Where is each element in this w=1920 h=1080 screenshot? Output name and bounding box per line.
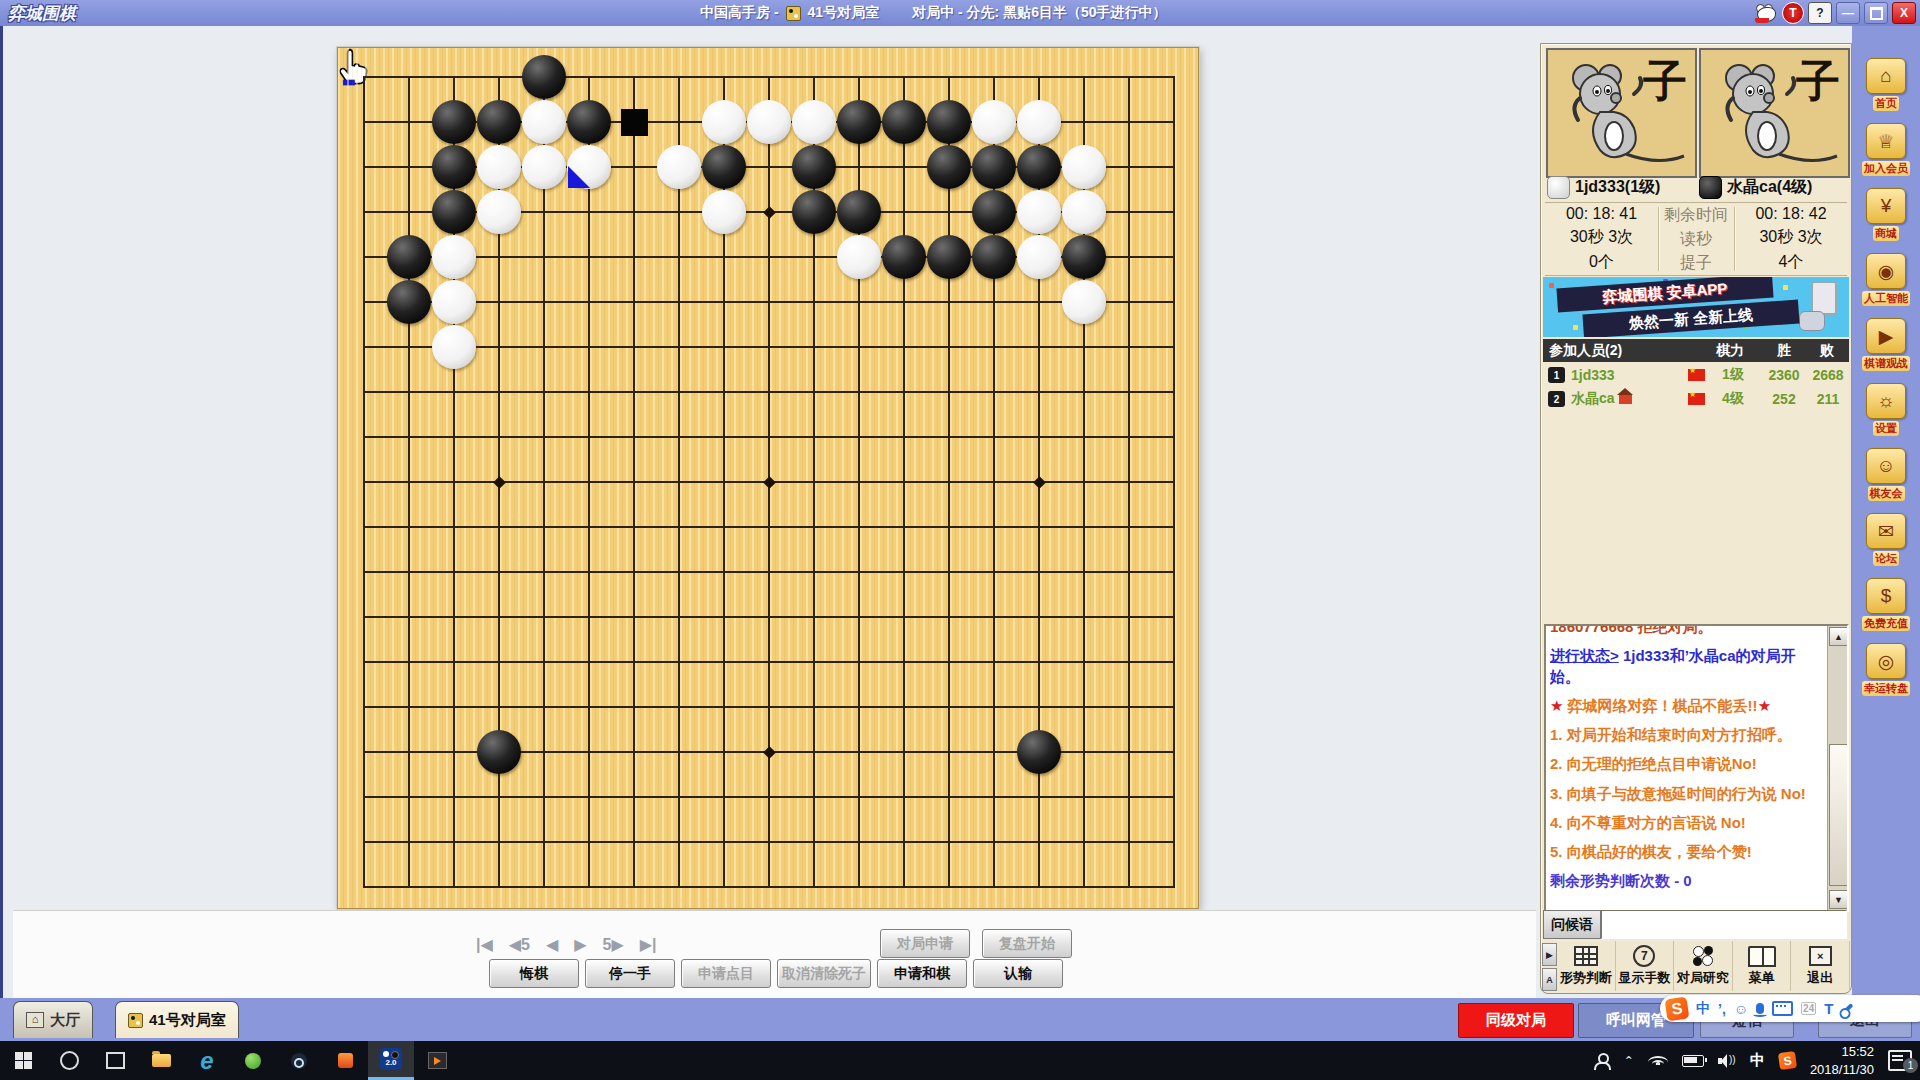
- battery-icon[interactable]: [1682, 1055, 1704, 1067]
- black-stone: [837, 100, 881, 144]
- room-prefix: 中国高手房 -: [700, 4, 779, 22]
- people-icon[interactable]: [1594, 1053, 1610, 1069]
- greeting-button[interactable]: 问候语: [1543, 910, 1601, 939]
- tool-label: 菜单: [1749, 969, 1775, 987]
- tool-退出[interactable]: ×退出: [1791, 941, 1850, 991]
- maximize-icon: [1870, 7, 1883, 20]
- panel-mini-button[interactable]: A: [1542, 968, 1557, 991]
- windows-taskbar: e 2.0 ⌃ )) 中 S 15:52 2018/11/30 1: [0, 1041, 1920, 1080]
- white-stone: [972, 100, 1016, 144]
- steam-icon[interactable]: [276, 1041, 322, 1080]
- white-stone: [837, 235, 881, 279]
- white-stone: [1062, 145, 1106, 189]
- black-player-name-row: 水晶ca(4级): [1699, 175, 1812, 199]
- help-button[interactable]: ?: [1808, 2, 1832, 24]
- taskbar-date: 2018/11/30: [1810, 1061, 1874, 1079]
- participant-rank: 4级: [1705, 390, 1761, 408]
- grid-line-v: [903, 76, 905, 888]
- participant-name: 水晶ca: [1571, 390, 1615, 408]
- 加入会员-icon: ♕: [1866, 123, 1906, 159]
- black-stone: [792, 145, 836, 189]
- chat-line: 剩余形势判断次数 - 0: [1550, 871, 1818, 891]
- go-board-icon: [786, 6, 801, 21]
- 免费充值-icon: $: [1866, 578, 1906, 614]
- sogou-logo-icon[interactable]: S: [1665, 996, 1690, 1021]
- button-申请和棋[interactable]: 申请和棋: [877, 959, 967, 988]
- black-stone: [972, 190, 1016, 234]
- white-stone: [792, 100, 836, 144]
- circled-number-icon: 7: [1633, 946, 1655, 967]
- participant-losses: 2668: [1807, 367, 1849, 383]
- task-view-icon[interactable]: [92, 1041, 138, 1080]
- white-player-name: 1jd333(1级): [1575, 177, 1660, 198]
- white-stone: [522, 100, 566, 144]
- taskbar-time: 15:52: [1810, 1043, 1874, 1061]
- chat-log[interactable]: 1860776668 拒绝对局。进行状态> 1jd333和’水晶ca的对局开始。…: [1544, 624, 1849, 912]
- app-ad-banner[interactable]: 弈城围棋 安卓APP 焕然一新 全新上线: [1543, 277, 1849, 337]
- sidebar-item-棋谱观战[interactable]: ▶棋谱观战: [1858, 318, 1914, 371]
- move-nav-button[interactable]: ◀5: [509, 935, 530, 954]
- white-time: 00: 18: 41: [1566, 205, 1637, 223]
- white-stone: [702, 190, 746, 234]
- grid-line-h: [363, 796, 1175, 798]
- avatar-character: 子: [1796, 52, 1840, 111]
- sidebar-item-人工智能[interactable]: ◉人工智能: [1858, 253, 1914, 306]
- black-stone: [882, 100, 926, 144]
- black-stone: [1017, 145, 1061, 189]
- move-navigation: |◀◀5◀▶5▶▶|: [476, 935, 657, 954]
- tool-显示手数[interactable]: 7显示手数: [1616, 941, 1675, 991]
- white-stone: [432, 325, 476, 369]
- participant-rank: 1级: [1705, 366, 1761, 384]
- white-stone: [1017, 235, 1061, 279]
- black-stone: [972, 145, 1016, 189]
- greeting-input[interactable]: [1601, 910, 1847, 939]
- sidebar-item-论坛[interactable]: ✉论坛: [1858, 513, 1914, 566]
- participants-header: 参加人员(2) 棋力胜败: [1543, 339, 1849, 362]
- sidebar-label: 设置: [1873, 421, 1899, 436]
- ime-punct-toggle[interactable]: ’,: [1718, 1001, 1726, 1017]
- 首页-icon: ⌂: [1866, 58, 1906, 94]
- app-logo: 弈城围棋: [8, 2, 76, 25]
- grid-line-h: [363, 571, 1175, 573]
- black-stone: [882, 235, 926, 279]
- move-nav-button[interactable]: ◀: [546, 935, 558, 954]
- white-stone: [1017, 100, 1061, 144]
- sidebar-label: 免费充值: [1862, 616, 1910, 631]
- game-status: 对局中 - 分先: 黑贴6目半（50手进行中）: [912, 4, 1166, 22]
- black-stone: [387, 235, 431, 279]
- wifi-icon[interactable]: [1648, 1053, 1668, 1068]
- tool-菜单[interactable]: 菜单: [1733, 941, 1792, 991]
- move-nav-button[interactable]: 5▶: [603, 935, 624, 954]
- site-sidebar: ⌂首页♕加入会员¥商城◉人工智能▶棋谱观战☼设置☺棋友会✉论坛$免费充值◎幸运转…: [1852, 26, 1920, 1041]
- button-取消清除死子[interactable]: 取消清除死子: [777, 959, 871, 988]
- wrench-icon[interactable]: [1842, 1002, 1854, 1014]
- tool-bar: ▶A 形势判断7显示手数对局研究菜单×退出: [1542, 941, 1850, 991]
- black-stone: [792, 190, 836, 234]
- go-board-icon: [128, 1013, 143, 1028]
- stones-icon: [1692, 946, 1714, 967]
- button-对局申请[interactable]: 对局申请: [880, 929, 970, 958]
- grid-icon: [1574, 946, 1598, 967]
- clock-labels: 剩余时间 读秒 提子: [1659, 203, 1733, 275]
- cortana-icon[interactable]: [46, 1041, 92, 1080]
- chat-line: 3. 向填子与故意拖延时间的行为说 No!: [1550, 784, 1818, 804]
- button-悔棋[interactable]: 悔棋: [489, 959, 579, 988]
- black-stone: [972, 235, 1016, 279]
- keyboard-icon[interactable]: [1772, 1001, 1793, 1016]
- sidebar-item-加入会员[interactable]: ♕加入会员: [1858, 123, 1914, 176]
- sidebar-item-设置[interactable]: ☼设置: [1858, 383, 1914, 436]
- black-square-marker: [621, 109, 648, 136]
- move-nav-button[interactable]: |◀: [476, 935, 493, 954]
- tool-label: 对局研究: [1677, 969, 1729, 987]
- ime-lang-toggle[interactable]: 中: [1696, 1000, 1710, 1018]
- sidebar-label: 首页: [1873, 96, 1899, 111]
- black-player-name: 水晶ca(4级): [1727, 177, 1812, 198]
- participant-row[interactable]: 11jd3331级23602668: [1543, 363, 1849, 387]
- 设置-icon: ☼: [1866, 383, 1906, 419]
- button-认输[interactable]: 认输: [973, 959, 1063, 988]
- grid-line-h: [363, 526, 1175, 528]
- tool-label: 退出: [1807, 969, 1833, 987]
- white-stone: [1017, 190, 1061, 234]
- black-stone: [567, 100, 611, 144]
- black-player-avatar: 子: [1699, 48, 1850, 178]
- grid-line-v: [1173, 76, 1175, 888]
- sidebar-label: 商城: [1873, 226, 1899, 241]
- chat-line: ★ 弈城网络对弈！棋品不能丢!!★: [1550, 696, 1818, 716]
- grid-line-h: [363, 661, 1175, 663]
- avatar-character: 子: [1643, 52, 1687, 111]
- game-controls-bar: |◀◀5◀▶5▶▶| 对局申请复盘开始 悔棋停一手申请点目取消清除死子申请和棋认…: [13, 910, 1536, 999]
- title-bar: 弈城围棋 中国高手房 - 41号对局室 对局中 - 分先: 黑贴6目半（50手进…: [0, 0, 1920, 26]
- hidden-icons-chevron[interactable]: ⌃: [1624, 1054, 1634, 1068]
- mic-icon[interactable]: [1756, 1003, 1764, 1014]
- participant-name: 1jd333: [1571, 367, 1615, 383]
- tool-形势判断[interactable]: 形势判断: [1557, 941, 1616, 991]
- black-time: 00: 18: 42: [1755, 205, 1826, 223]
- white-stone: [702, 100, 746, 144]
- black-stone: [927, 145, 971, 189]
- black-stone: [522, 55, 566, 99]
- white-stone: [477, 145, 521, 189]
- tab-label: 41号对局室: [149, 1011, 226, 1030]
- sogou-tray-icon[interactable]: S: [1778, 1051, 1797, 1070]
- window-border: [0, 26, 3, 1041]
- thumb-badge-icon: 2: [1548, 391, 1565, 407]
- file-explorer-icon[interactable]: [138, 1041, 184, 1080]
- grid-line-h: [363, 886, 1175, 888]
- tool-对局研究[interactable]: 对局研究: [1674, 941, 1733, 991]
- start-button[interactable]: [0, 1041, 46, 1080]
- white-stone: [657, 145, 701, 189]
- white-stone: [432, 280, 476, 324]
- white-player-avatar: 子: [1546, 48, 1697, 178]
- volume-icon[interactable]: )): [1718, 1054, 1736, 1068]
- thumb-badge-icon: 1: [1548, 367, 1565, 383]
- last-move-triangle-marker: [568, 166, 590, 188]
- skin-icon[interactable]: T: [1824, 1000, 1833, 1017]
- 人工智能-icon: ◉: [1866, 253, 1906, 289]
- china-flag-icon: [1688, 393, 1705, 405]
- button-停一手[interactable]: 停一手: [585, 959, 675, 988]
- black-stone: [387, 280, 431, 324]
- black-byoyomi: 30秒 3次: [1759, 227, 1822, 248]
- black-stone: [432, 190, 476, 234]
- button-同级对局[interactable]: 同级对局: [1458, 1003, 1574, 1038]
- black-stone: [1062, 235, 1106, 279]
- white-stone: [477, 190, 521, 234]
- tab-strip: ⌂大厅41号对局室 同级对局呼叫网管短信退出 S 中 ’, ☺ 24 T: [0, 998, 1852, 1041]
- black-stone: [927, 100, 971, 144]
- edge-icon[interactable]: e: [184, 1041, 230, 1080]
- button-申请点目[interactable]: 申请点目: [681, 959, 771, 988]
- scroll-down-icon[interactable]: ▼: [1829, 890, 1848, 909]
- grid-line-v: [948, 76, 950, 888]
- tab-label: 大厅: [50, 1011, 80, 1030]
- house-icon: [1619, 394, 1632, 404]
- black-stone: [1017, 730, 1061, 774]
- white-byoyomi: 30秒 3次: [1570, 227, 1633, 248]
- chat-line: 2. 向无理的拒绝点目申请说No!: [1550, 754, 1818, 774]
- panel-mini-button[interactable]: ▶: [1542, 943, 1557, 966]
- tool-label: 形势判断: [1560, 969, 1612, 987]
- 棋友会-icon: ☺: [1866, 448, 1906, 484]
- browser-360-icon[interactable]: [230, 1041, 276, 1080]
- white-captures: 0个: [1589, 252, 1614, 273]
- sidebar-label: 人工智能: [1862, 291, 1910, 306]
- tab-大厅[interactable]: ⌂大厅: [13, 1001, 93, 1038]
- 幸运转盘-icon: ◎: [1866, 643, 1906, 679]
- calendar-24-icon[interactable]: 24: [1801, 1002, 1816, 1015]
- app-window: 弈城围棋 中国高手房 - 41号对局室 对局中 - 分先: 黑贴6目半（50手进…: [0, 0, 1920, 1080]
- white-clock: 00: 18: 41 30秒 3次 0个: [1545, 203, 1658, 275]
- home-icon: ⌂: [26, 1012, 44, 1028]
- black-captures: 4个: [1779, 252, 1804, 273]
- emoji-icon[interactable]: ☺: [1734, 1001, 1748, 1017]
- notification-badge: 1: [1903, 1058, 1918, 1073]
- chat-scrollbar[interactable]: ▲ ▼: [1827, 626, 1847, 910]
- black-clock: 00: 18: 42 30秒 3次 4个: [1735, 203, 1847, 275]
- ime-toolbar[interactable]: S 中 ’, ☺ 24 T: [1660, 995, 1920, 1022]
- maximize-button[interactable]: [1864, 2, 1888, 24]
- participant-wins: 252: [1761, 391, 1807, 407]
- sidebar-item-首页[interactable]: ⌂首页: [1858, 58, 1914, 111]
- sidebar-item-商城[interactable]: ¥商城: [1858, 188, 1914, 241]
- book-icon: [1748, 946, 1776, 967]
- sidebar-label: 棋谱观战: [1862, 356, 1910, 371]
- sidebar-label: 论坛: [1873, 551, 1899, 566]
- mouse-mascot-icon: [1754, 3, 1778, 23]
- black-stone: [702, 145, 746, 189]
- black-stone: [837, 190, 881, 234]
- white-stone: [1062, 280, 1106, 324]
- 棋谱观战-icon: ▶: [1866, 318, 1906, 354]
- ime-indicator[interactable]: 中: [1750, 1051, 1765, 1070]
- black-stone-icon: [1699, 176, 1722, 199]
- white-player-name-row: 1jd333(1级): [1547, 175, 1660, 199]
- move-nav-button[interactable]: ▶: [574, 935, 586, 954]
- move-nav-button[interactable]: ▶|: [640, 935, 657, 954]
- sidebar-item-幸运转盘[interactable]: ◎幸运转盘: [1858, 643, 1914, 696]
- button-复盘开始[interactable]: 复盘开始: [982, 929, 1072, 958]
- grid-line-v: [1128, 76, 1130, 888]
- sidebar-label: 加入会员: [1862, 161, 1910, 176]
- room-name: 41号对局室: [808, 4, 880, 22]
- black-stone: [477, 100, 521, 144]
- media-player-icon[interactable]: [414, 1041, 460, 1080]
- chat-line: 5. 向棋品好的棋友，要给个赞!: [1550, 842, 1818, 862]
- sidebar-label: 幸运转盘: [1862, 681, 1910, 696]
- grid-line-h: [363, 706, 1175, 708]
- clock[interactable]: 15:52 2018/11/30: [1810, 1043, 1874, 1078]
- sidebar-item-棋友会[interactable]: ☺棋友会: [1858, 448, 1914, 501]
- white-stone: [522, 145, 566, 189]
- sidebar-label: 棋友会: [1868, 486, 1905, 501]
- black-stone: [432, 145, 476, 189]
- black-stone: [477, 730, 521, 774]
- minimize-button[interactable]: —: [1836, 2, 1860, 24]
- tool-label: 显示手数: [1618, 969, 1670, 987]
- chat-line: 1860776668 拒绝对局。: [1550, 626, 1818, 637]
- participant-losses: 211: [1807, 391, 1849, 407]
- black-stone: [432, 100, 476, 144]
- china-flag-icon: [1688, 369, 1705, 381]
- grid-line-h: [363, 841, 1175, 843]
- robot-phone-graphic: [1793, 281, 1845, 333]
- game-info-panel: 子 子 1jd333(1级) 水晶ca(4级): [1540, 43, 1852, 994]
- weiqi-app-taskbar-icon[interactable]: 2.0: [368, 1041, 414, 1080]
- 商城-icon: ¥: [1866, 188, 1906, 224]
- window-title: 中国高手房 - 41号对局室 对局中 - 分先: 黑贴6目半（50手进行中）: [700, 4, 1167, 22]
- white-stone: [1062, 190, 1106, 234]
- white-stone: [747, 100, 791, 144]
- go-board[interactable]: [337, 47, 1199, 909]
- 论坛-icon: ✉: [1866, 513, 1906, 549]
- chat-line: 进行状态> 1jd333和’水晶ca的对局开始。: [1550, 646, 1818, 687]
- grid-line-h: [363, 616, 1175, 618]
- white-stone: [432, 235, 476, 279]
- clock-panel: 00: 18: 41 30秒 3次 0个 剩余时间 读秒 提子 00: 18: …: [1545, 202, 1847, 276]
- tygem-badge-icon: T: [1782, 2, 1804, 24]
- exit-icon: ×: [1809, 946, 1832, 967]
- orange-app-icon[interactable]: [322, 1041, 368, 1080]
- black-stone: [927, 235, 971, 279]
- scroll-up-icon[interactable]: ▲: [1829, 627, 1848, 646]
- white-stone-icon: [1547, 176, 1570, 199]
- scroll-thumb[interactable]: [1829, 744, 1848, 886]
- chat-line: 1. 对局开始和结束时向对方打招呼。: [1550, 725, 1818, 745]
- close-button[interactable]: X: [1892, 2, 1916, 24]
- chat-line: 4. 向不尊重对方的言语说 No!: [1550, 813, 1818, 833]
- participant-wins: 2360: [1761, 367, 1807, 383]
- sidebar-item-免费充值[interactable]: $免费充值: [1858, 578, 1914, 631]
- tab-41号对局室[interactable]: 41号对局室: [115, 1001, 239, 1038]
- participants-title: 参加人员(2): [1549, 342, 1699, 360]
- notification-icon[interactable]: 1: [1888, 1050, 1912, 1071]
- participant-row[interactable]: 2水晶ca4级252211: [1543, 387, 1849, 411]
